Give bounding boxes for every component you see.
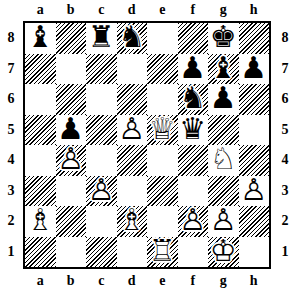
square-d8[interactable]: ♞ bbox=[117, 23, 148, 54]
rank-label: 2 bbox=[3, 206, 19, 237]
file-label: g bbox=[208, 1, 239, 19]
white-king-icon: ♔ bbox=[210, 236, 237, 266]
square-f2[interactable]: ♟♙ bbox=[178, 206, 209, 237]
square-c5[interactable] bbox=[86, 115, 117, 146]
file-label: e bbox=[147, 272, 178, 290]
file-label: f bbox=[178, 272, 209, 290]
square-h6[interactable] bbox=[239, 84, 270, 115]
square-h1[interactable] bbox=[239, 237, 270, 268]
square-b1[interactable] bbox=[56, 237, 87, 268]
rank-label: 5 bbox=[277, 115, 293, 146]
square-f7[interactable]: ♟ bbox=[178, 54, 209, 85]
rank-label: 4 bbox=[277, 145, 293, 176]
rank-label: 6 bbox=[3, 84, 19, 115]
black-pawn-icon: ♟ bbox=[240, 53, 267, 83]
file-label: d bbox=[117, 272, 148, 290]
square-f8[interactable] bbox=[178, 23, 209, 54]
square-a2[interactable]: ♝♗ bbox=[25, 206, 56, 237]
square-f3[interactable] bbox=[178, 176, 209, 207]
square-b5[interactable]: ♟ bbox=[56, 115, 87, 146]
square-g8[interactable]: ♚ bbox=[208, 23, 239, 54]
white-pawn-icon: ♙ bbox=[210, 206, 237, 236]
square-c3[interactable]: ♟♙ bbox=[86, 176, 117, 207]
file-label: h bbox=[239, 1, 270, 19]
file-label: d bbox=[117, 1, 148, 19]
black-pawn-icon: ♟ bbox=[57, 114, 84, 144]
white-pawn-icon: ♙ bbox=[88, 175, 115, 205]
square-f6[interactable]: ♞ bbox=[178, 84, 209, 115]
white-bishop-piece: ♝♗ bbox=[117, 206, 148, 237]
rank-labels-right: 87654321 bbox=[277, 23, 293, 267]
square-g4[interactable]: ♞♘ bbox=[208, 145, 239, 176]
square-g5[interactable] bbox=[208, 115, 239, 146]
file-label: h bbox=[239, 272, 270, 290]
square-h3[interactable]: ♟♙ bbox=[239, 176, 270, 207]
square-a5[interactable] bbox=[25, 115, 56, 146]
square-a7[interactable] bbox=[25, 54, 56, 85]
black-king-piece: ♚ bbox=[208, 23, 239, 54]
file-label: b bbox=[56, 272, 87, 290]
square-c1[interactable] bbox=[86, 237, 117, 268]
square-d5[interactable]: ♟♙ bbox=[117, 115, 148, 146]
square-c7[interactable] bbox=[86, 54, 117, 85]
square-g2[interactable]: ♟♙ bbox=[208, 206, 239, 237]
black-rook-piece: ♜ bbox=[86, 23, 117, 54]
square-b2[interactable] bbox=[56, 206, 87, 237]
file-label: f bbox=[178, 1, 209, 19]
square-a6[interactable] bbox=[25, 84, 56, 115]
rank-labels-left: 87654321 bbox=[3, 23, 19, 267]
white-pawn-piece: ♟♙ bbox=[208, 206, 239, 237]
black-bishop-icon: ♝ bbox=[210, 53, 237, 83]
square-e7[interactable] bbox=[147, 54, 178, 85]
file-labels-top: abcdefgh bbox=[25, 1, 269, 19]
square-f4[interactable] bbox=[178, 145, 209, 176]
file-label: a bbox=[25, 272, 56, 290]
black-pawn-piece: ♟ bbox=[239, 54, 270, 85]
white-pawn-icon: ♙ bbox=[179, 206, 206, 236]
square-h7[interactable]: ♟ bbox=[239, 54, 270, 85]
black-bishop-piece: ♝ bbox=[208, 54, 239, 85]
square-e8[interactable] bbox=[147, 23, 178, 54]
rank-label: 7 bbox=[3, 54, 19, 85]
white-queen-icon: ♕ bbox=[149, 114, 176, 144]
square-a1[interactable] bbox=[25, 237, 56, 268]
square-d4[interactable] bbox=[117, 145, 148, 176]
white-rook-icon: ♖ bbox=[149, 236, 176, 266]
rank-label: 6 bbox=[277, 84, 293, 115]
square-e4[interactable] bbox=[147, 145, 178, 176]
black-pawn-piece: ♟ bbox=[56, 115, 87, 146]
white-knight-piece: ♞♘ bbox=[208, 145, 239, 176]
white-pawn-icon: ♙ bbox=[118, 114, 145, 144]
white-king-piece: ♚♔ bbox=[208, 237, 239, 268]
white-bishop-icon: ♗ bbox=[118, 206, 145, 236]
rank-label: 3 bbox=[277, 176, 293, 207]
black-rook-icon: ♜ bbox=[88, 23, 115, 53]
square-h4[interactable] bbox=[239, 145, 270, 176]
file-labels-bottom: abcdefgh bbox=[25, 272, 269, 290]
black-king-icon: ♚ bbox=[210, 23, 237, 53]
square-b7[interactable] bbox=[56, 54, 87, 85]
white-queen-piece: ♛♕ bbox=[147, 115, 178, 146]
black-knight-icon: ♞ bbox=[179, 84, 206, 114]
square-e3[interactable] bbox=[147, 176, 178, 207]
square-c6[interactable] bbox=[86, 84, 117, 115]
white-pawn-piece: ♟♙ bbox=[56, 145, 87, 176]
square-h8[interactable] bbox=[239, 23, 270, 54]
white-pawn-piece: ♟♙ bbox=[86, 176, 117, 207]
square-c2[interactable] bbox=[86, 206, 117, 237]
square-e6[interactable] bbox=[147, 84, 178, 115]
square-g3[interactable] bbox=[208, 176, 239, 207]
white-pawn-piece: ♟♙ bbox=[178, 206, 209, 237]
black-knight-piece: ♞ bbox=[117, 23, 148, 54]
black-queen-icon: ♛ bbox=[179, 114, 206, 144]
white-bishop-piece: ♝♗ bbox=[25, 206, 56, 237]
square-b3[interactable] bbox=[56, 176, 87, 207]
rank-label: 4 bbox=[3, 145, 19, 176]
black-pawn-icon: ♟ bbox=[179, 53, 206, 83]
square-b8[interactable] bbox=[56, 23, 87, 54]
square-b4[interactable]: ♟♙ bbox=[56, 145, 87, 176]
file-label: g bbox=[208, 272, 239, 290]
black-pawn-icon: ♟ bbox=[210, 84, 237, 114]
rank-label: 5 bbox=[3, 115, 19, 146]
square-g1[interactable]: ♚♔ bbox=[208, 237, 239, 268]
square-d2[interactable]: ♝♗ bbox=[117, 206, 148, 237]
file-label: c bbox=[86, 272, 117, 290]
square-d1[interactable] bbox=[117, 237, 148, 268]
square-e5[interactable]: ♛♕ bbox=[147, 115, 178, 146]
black-knight-piece: ♞ bbox=[178, 84, 209, 115]
square-c4[interactable] bbox=[86, 145, 117, 176]
rank-label: 1 bbox=[277, 237, 293, 268]
file-label: e bbox=[147, 1, 178, 19]
rank-label: 8 bbox=[277, 23, 293, 54]
white-pawn-icon: ♙ bbox=[240, 175, 267, 205]
file-label: c bbox=[86, 1, 117, 19]
square-e1[interactable]: ♜♖ bbox=[147, 237, 178, 268]
square-a3[interactable] bbox=[25, 176, 56, 207]
black-queen-piece: ♛ bbox=[178, 115, 209, 146]
rank-label: 2 bbox=[277, 206, 293, 237]
white-rook-piece: ♜♖ bbox=[147, 237, 178, 268]
white-bishop-icon: ♗ bbox=[27, 206, 54, 236]
rank-label: 8 bbox=[3, 23, 19, 54]
square-c8[interactable]: ♜ bbox=[86, 23, 117, 54]
square-g6[interactable]: ♟ bbox=[208, 84, 239, 115]
black-pawn-piece: ♟ bbox=[178, 54, 209, 85]
square-f1[interactable] bbox=[178, 237, 209, 268]
square-d6[interactable] bbox=[117, 84, 148, 115]
square-e2[interactable] bbox=[147, 206, 178, 237]
square-h2[interactable] bbox=[239, 206, 270, 237]
square-a4[interactable] bbox=[25, 145, 56, 176]
black-knight-icon: ♞ bbox=[118, 23, 145, 53]
white-pawn-piece: ♟♙ bbox=[239, 176, 270, 207]
square-h5[interactable] bbox=[239, 115, 270, 146]
square-g7[interactable]: ♝ bbox=[208, 54, 239, 85]
square-d7[interactable] bbox=[117, 54, 148, 85]
white-pawn-piece: ♟♙ bbox=[117, 115, 148, 146]
chess-board: ♝♜♞♚♟♝♟♞♟♟♟♙♛♕♛♟♙♞♘♟♙♟♙♝♗♝♗♟♙♟♙♜♖♚♔ bbox=[23, 21, 271, 269]
white-pawn-icon: ♙ bbox=[57, 145, 84, 175]
square-d3[interactable] bbox=[117, 176, 148, 207]
black-bishop-icon: ♝ bbox=[27, 23, 54, 53]
black-pawn-piece: ♟ bbox=[208, 84, 239, 115]
file-label: b bbox=[56, 1, 87, 19]
white-knight-icon: ♘ bbox=[210, 145, 237, 175]
rank-label: 3 bbox=[3, 176, 19, 207]
square-b6[interactable] bbox=[56, 84, 87, 115]
black-bishop-piece: ♝ bbox=[25, 23, 56, 54]
rank-label: 7 bbox=[277, 54, 293, 85]
file-label: a bbox=[25, 1, 56, 19]
square-f5[interactable]: ♛ bbox=[178, 115, 209, 146]
rank-label: 1 bbox=[3, 237, 19, 268]
square-a8[interactable]: ♝ bbox=[25, 23, 56, 54]
